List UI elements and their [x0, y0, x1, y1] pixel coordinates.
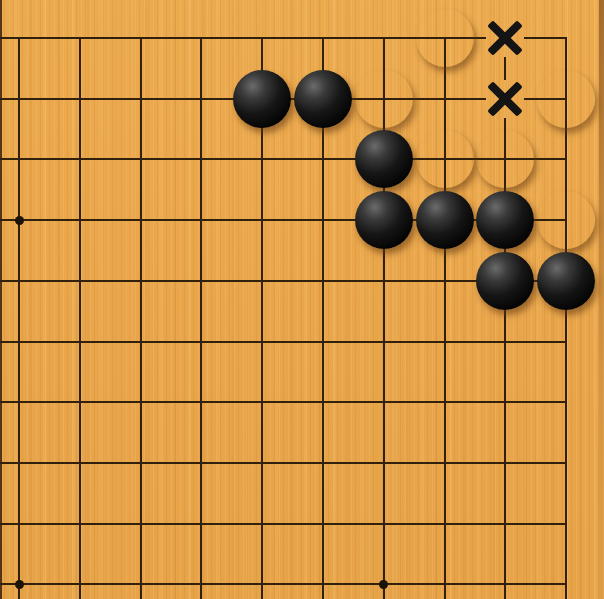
black-stone-S15 [476, 252, 534, 310]
black-stone-T15 [537, 252, 595, 310]
grid-line-vertical [79, 37, 81, 599]
black-stone-Q17 [355, 130, 413, 188]
grid-line-horizontal [0, 401, 567, 403]
black-stone-S16 [476, 191, 534, 249]
grid-line-vertical [444, 37, 446, 599]
star-point-Q10 [379, 580, 388, 589]
grid-line-vertical [504, 118, 506, 599]
black-stone-R16 [416, 191, 474, 249]
star-point-K16 [15, 216, 24, 225]
black-stone-Q16 [355, 191, 413, 249]
black-stone-P18 [294, 70, 352, 128]
go-board[interactable] [0, 0, 604, 599]
white-stone-R19 [416, 9, 474, 67]
grid-line-horizontal [0, 523, 567, 525]
white-stone-T16 [537, 191, 595, 249]
grid-line-vertical [18, 37, 20, 599]
grid-line-vertical [140, 37, 142, 599]
grid-line-vertical [200, 37, 202, 599]
board-right-margin-shadow [599, 0, 604, 599]
x-mark-icon-S18 [483, 77, 527, 121]
grid-line-horizontal [0, 583, 567, 585]
grid-line-horizontal [524, 37, 567, 39]
white-stone-Q18 [355, 70, 413, 128]
black-stone-O18 [233, 70, 291, 128]
x-mark-icon-S19 [483, 16, 527, 60]
star-point-K10 [15, 580, 24, 589]
image-left-edge-shadow [0, 0, 2, 599]
white-stone-R17 [416, 130, 474, 188]
white-stone-T18 [537, 70, 595, 128]
grid-line-horizontal [0, 341, 567, 343]
grid-line-horizontal [0, 37, 486, 39]
white-stone-S17 [476, 130, 534, 188]
grid-line-horizontal [0, 462, 567, 464]
